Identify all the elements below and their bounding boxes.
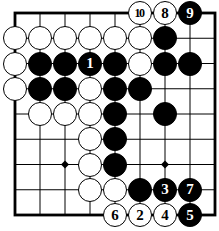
black-stone (178, 52, 202, 76)
intersection-c7-r7[interactable] (153, 152, 178, 177)
white-stone-move-6: 6 (103, 203, 127, 227)
intersection-c2-r3[interactable] (28, 51, 53, 76)
white-stone (53, 102, 77, 126)
black-stone-move-7: 7 (178, 178, 202, 202)
white-stone-move-10: 10 (128, 1, 152, 25)
intersection-c9-r3[interactable] (203, 51, 219, 76)
white-stone (28, 102, 52, 126)
move-number-label: 6 (111, 207, 119, 222)
black-stone (128, 77, 152, 101)
intersection-c2-r2[interactable] (28, 26, 53, 51)
intersection-c1-r5[interactable] (3, 101, 28, 126)
white-stone (78, 153, 102, 177)
black-stone (153, 52, 177, 76)
intersection-c3-r9[interactable] (53, 202, 78, 227)
intersection-c8-r9[interactable]: 5 (178, 202, 203, 227)
intersection-c5-r2[interactable] (103, 26, 128, 51)
intersection-c5-r7[interactable] (103, 152, 128, 177)
black-stone (53, 77, 77, 101)
intersection-c8-r1[interactable]: 9 (178, 0, 203, 25)
intersection-c7-r3[interactable] (153, 51, 178, 76)
intersection-c2-r5[interactable] (28, 101, 53, 126)
intersection-c4-r2[interactable] (78, 26, 103, 51)
intersection-c3-r2[interactable] (53, 26, 78, 51)
move-number-label: 3 (161, 182, 169, 197)
black-stone (53, 52, 77, 76)
black-stone (103, 102, 127, 126)
intersection-c6-r7[interactable] (128, 152, 153, 177)
intersection-c4-r5[interactable] (78, 101, 103, 126)
go-diagram: 10891376245 (0, 0, 218, 231)
intersection-c9-r2[interactable] (203, 26, 219, 51)
white-stone-move-4: 4 (153, 203, 177, 227)
white-stone (3, 77, 27, 101)
white-stone (28, 26, 52, 50)
intersection-c3-r1[interactable] (53, 0, 78, 25)
black-stone (153, 26, 177, 50)
intersection-c9-r9[interactable] (203, 202, 219, 227)
intersection-c1-r3[interactable] (3, 51, 28, 76)
intersection-c6-r2[interactable] (128, 26, 153, 51)
black-stone (153, 102, 177, 126)
white-stone (103, 26, 127, 50)
intersection-c7-r2[interactable] (153, 26, 178, 51)
intersection-c1-r1[interactable] (3, 0, 28, 25)
move-number-label: 9 (186, 5, 194, 20)
intersection-c1-r7[interactable] (3, 152, 28, 177)
intersection-c1-r4[interactable] (3, 76, 28, 101)
intersection-c8-r8[interactable]: 7 (178, 177, 203, 202)
intersection-c7-r4[interactable] (153, 76, 178, 101)
move-number-label: 7 (186, 182, 194, 197)
white-stone-move-8: 8 (153, 1, 177, 25)
black-stone-move-9: 9 (178, 1, 202, 25)
intersection-c8-r4[interactable] (178, 76, 203, 101)
intersection-c6-r4[interactable] (128, 76, 153, 101)
intersection-c3-r8[interactable] (53, 177, 78, 202)
black-stone (28, 52, 52, 76)
intersection-c3-r3[interactable] (53, 51, 78, 76)
intersection-c5-r1[interactable] (103, 0, 128, 25)
intersection-c1-r6[interactable] (3, 127, 28, 152)
intersection-c8-r5[interactable] (178, 101, 203, 126)
intersection-c4-r8[interactable] (78, 177, 103, 202)
intersection-c8-r3[interactable] (178, 51, 203, 76)
intersection-c9-r6[interactable] (203, 127, 219, 152)
move-number-label: 4 (161, 207, 169, 222)
black-stone (103, 52, 127, 76)
intersection-c5-r3[interactable] (103, 51, 128, 76)
intersection-c6-r9[interactable]: 2 (128, 202, 153, 227)
black-stone-move-5: 5 (178, 203, 202, 227)
intersection-c4-r3[interactable]: 1 (78, 51, 103, 76)
white-stone (103, 178, 127, 202)
intersection-c1-r8[interactable] (3, 177, 28, 202)
intersection-c4-r6[interactable] (78, 127, 103, 152)
move-number-label: 2 (136, 207, 144, 222)
intersection-c6-r5[interactable] (128, 101, 153, 126)
intersection-c5-r5[interactable] (103, 101, 128, 126)
white-stone (53, 26, 77, 50)
intersection-c1-r2[interactable] (3, 26, 28, 51)
intersection-c3-r4[interactable] (53, 76, 78, 101)
white-stone (3, 52, 27, 76)
intersection-c3-r5[interactable] (53, 101, 78, 126)
intersection-c7-r9[interactable]: 4 (153, 202, 178, 227)
intersection-c2-r9[interactable] (28, 202, 53, 227)
intersection-c5-r4[interactable] (103, 76, 128, 101)
intersection-c7-r6[interactable] (153, 127, 178, 152)
intersection-c9-r8[interactable] (203, 177, 219, 202)
intersection-c4-r4[interactable] (78, 76, 103, 101)
intersection-c2-r1[interactable] (28, 0, 53, 25)
white-stone-move-2: 2 (128, 203, 152, 227)
move-number-label: 5 (186, 207, 194, 222)
intersection-c9-r4[interactable] (203, 76, 219, 101)
intersection-c9-r5[interactable] (203, 101, 219, 126)
intersection-c2-r6[interactable] (28, 127, 53, 152)
move-number-label: 1 (86, 56, 94, 71)
white-stone (78, 77, 102, 101)
intersection-c9-r7[interactable] (203, 152, 219, 177)
intersection-c1-r9[interactable] (3, 202, 28, 227)
intersection-c5-r9[interactable]: 6 (103, 202, 128, 227)
intersection-c8-r7[interactable] (178, 152, 203, 177)
intersection-c4-r1[interactable] (78, 0, 103, 25)
white-stone (78, 26, 102, 50)
intersection-c8-r2[interactable] (178, 26, 203, 51)
intersection-c3-r7[interactable] (53, 152, 78, 177)
black-stone (103, 77, 127, 101)
intersection-c5-r8[interactable] (103, 177, 128, 202)
black-stone-move-3: 3 (153, 178, 177, 202)
intersection-c4-r7[interactable] (78, 152, 103, 177)
intersection-c2-r7[interactable] (28, 152, 53, 177)
intersection-c9-r1[interactable] (203, 0, 219, 25)
black-stone (128, 178, 152, 202)
move-number-label: 8 (161, 5, 169, 20)
go-board: 10891376245 (3, 0, 219, 227)
intersection-c6-r3[interactable] (128, 51, 153, 76)
white-stone (128, 52, 152, 76)
intersection-c3-r6[interactable] (53, 127, 78, 152)
intersection-c5-r6[interactable] (103, 127, 128, 152)
black-stone-move-1: 1 (78, 52, 102, 76)
intersection-c6-r1[interactable]: 10 (128, 0, 153, 25)
white-stone (128, 26, 152, 50)
intersection-c7-r1[interactable]: 8 (153, 0, 178, 25)
black-stone (103, 153, 127, 177)
intersection-c4-r9[interactable] (78, 202, 103, 227)
intersection-c8-r6[interactable] (178, 127, 203, 152)
move-number-label: 10 (135, 7, 144, 19)
intersection-c2-r8[interactable] (28, 177, 53, 202)
black-stone (28, 77, 52, 101)
intersection-c6-r8[interactable] (128, 177, 153, 202)
intersection-c2-r4[interactable] (28, 76, 53, 101)
intersection-c7-r5[interactable] (153, 101, 178, 126)
black-stone (103, 127, 127, 151)
white-stone (3, 26, 27, 50)
intersection-c7-r8[interactable]: 3 (153, 177, 178, 202)
white-stone (78, 178, 102, 202)
white-stone (78, 127, 102, 151)
white-stone (78, 102, 102, 126)
intersection-c6-r6[interactable] (128, 127, 153, 152)
